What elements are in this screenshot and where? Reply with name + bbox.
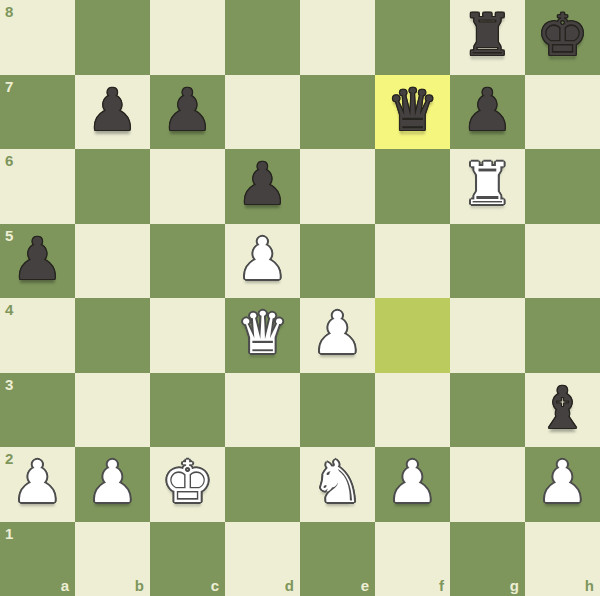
square-a5[interactable]: 5♟ [0, 224, 75, 299]
square-b4[interactable] [75, 298, 150, 373]
black-rook-g8[interactable]: ♜ [462, 6, 514, 64]
file-label-h: h [585, 578, 594, 593]
square-h5[interactable] [525, 224, 600, 299]
square-e5[interactable] [300, 224, 375, 299]
square-c6[interactable] [150, 149, 225, 224]
chess-board-wrapper: 8♜♚7♟♟♛♟6♟♜5♟♟4♛♟3♝2♟♟♚♞♟♟1abcdefgh [0, 0, 600, 596]
white-pawn-a2[interactable]: ♟ [12, 453, 64, 511]
square-b7[interactable]: ♟ [75, 75, 150, 150]
square-h3[interactable]: ♝ [525, 373, 600, 448]
square-d1[interactable]: d [225, 522, 300, 596]
black-king-h8[interactable]: ♚ [537, 6, 589, 64]
file-label-a: a [61, 578, 69, 593]
file-label-b: b [135, 578, 144, 593]
square-c7[interactable]: ♟ [150, 75, 225, 150]
square-d8[interactable] [225, 0, 300, 75]
black-bishop-h3[interactable]: ♝ [537, 379, 589, 437]
file-label-c: c [211, 578, 219, 593]
black-pawn-g7[interactable]: ♟ [462, 81, 514, 139]
black-pawn-a5[interactable]: ♟ [12, 230, 64, 288]
square-a6[interactable]: 6 [0, 149, 75, 224]
square-h7[interactable] [525, 75, 600, 150]
square-h6[interactable] [525, 149, 600, 224]
square-d4[interactable]: ♛ [225, 298, 300, 373]
square-a4[interactable]: 4 [0, 298, 75, 373]
square-h8[interactable]: ♚ [525, 0, 600, 75]
square-g6[interactable]: ♜ [450, 149, 525, 224]
chess-board: 8♜♚7♟♟♛♟6♟♜5♟♟4♛♟3♝2♟♟♚♞♟♟1abcdefgh [0, 0, 600, 596]
square-e1[interactable]: e [300, 522, 375, 596]
file-label-d: d [285, 578, 294, 593]
square-e6[interactable] [300, 149, 375, 224]
square-f1[interactable]: f [375, 522, 450, 596]
square-g3[interactable] [450, 373, 525, 448]
square-b8[interactable] [75, 0, 150, 75]
white-pawn-e4[interactable]: ♟ [312, 304, 364, 362]
white-king-c2[interactable]: ♚ [162, 453, 214, 511]
square-b2[interactable]: ♟ [75, 447, 150, 522]
square-c5[interactable] [150, 224, 225, 299]
rank-label-7: 7 [5, 79, 13, 94]
white-pawn-h2[interactable]: ♟ [537, 453, 589, 511]
black-queen-f7[interactable]: ♛ [387, 81, 439, 139]
file-label-e: e [361, 578, 369, 593]
square-c2[interactable]: ♚ [150, 447, 225, 522]
square-b1[interactable]: b [75, 522, 150, 596]
square-c8[interactable] [150, 0, 225, 75]
white-pawn-d5[interactable]: ♟ [237, 230, 289, 288]
square-f3[interactable] [375, 373, 450, 448]
square-h1[interactable]: h [525, 522, 600, 596]
square-h2[interactable]: ♟ [525, 447, 600, 522]
black-pawn-d6[interactable]: ♟ [237, 155, 289, 213]
square-g4[interactable] [450, 298, 525, 373]
black-pawn-c7[interactable]: ♟ [162, 81, 214, 139]
square-e8[interactable] [300, 0, 375, 75]
file-label-g: g [510, 578, 519, 593]
square-g7[interactable]: ♟ [450, 75, 525, 150]
square-h4[interactable] [525, 298, 600, 373]
rank-label-6: 6 [5, 153, 13, 168]
rank-label-4: 4 [5, 302, 13, 317]
square-b3[interactable] [75, 373, 150, 448]
square-e4[interactable]: ♟ [300, 298, 375, 373]
white-knight-e2[interactable]: ♞ [312, 453, 364, 511]
square-a3[interactable]: 3 [0, 373, 75, 448]
white-rook-g6[interactable]: ♜ [462, 155, 514, 213]
square-f2[interactable]: ♟ [375, 447, 450, 522]
square-g8[interactable]: ♜ [450, 0, 525, 75]
white-queen-d4[interactable]: ♛ [237, 304, 289, 362]
square-d2[interactable] [225, 447, 300, 522]
square-f8[interactable] [375, 0, 450, 75]
white-pawn-b2[interactable]: ♟ [87, 453, 139, 511]
square-a7[interactable]: 7 [0, 75, 75, 150]
square-b5[interactable] [75, 224, 150, 299]
square-d7[interactable] [225, 75, 300, 150]
square-a8[interactable]: 8 [0, 0, 75, 75]
square-c1[interactable]: c [150, 522, 225, 596]
square-a2[interactable]: 2♟ [0, 447, 75, 522]
square-e7[interactable] [300, 75, 375, 150]
square-b6[interactable] [75, 149, 150, 224]
square-d6[interactable]: ♟ [225, 149, 300, 224]
rank-label-3: 3 [5, 377, 13, 392]
square-c4[interactable] [150, 298, 225, 373]
black-pawn-b7[interactable]: ♟ [87, 81, 139, 139]
square-f6[interactable] [375, 149, 450, 224]
square-f5[interactable] [375, 224, 450, 299]
square-f4[interactable] [375, 298, 450, 373]
square-e2[interactable]: ♞ [300, 447, 375, 522]
square-c3[interactable] [150, 373, 225, 448]
white-pawn-f2[interactable]: ♟ [387, 453, 439, 511]
square-f7[interactable]: ♛ [375, 75, 450, 150]
rank-label-1: 1 [5, 526, 13, 541]
square-d5[interactable]: ♟ [225, 224, 300, 299]
file-label-f: f [439, 578, 444, 593]
square-d3[interactable] [225, 373, 300, 448]
square-g1[interactable]: g [450, 522, 525, 596]
square-g5[interactable] [450, 224, 525, 299]
square-a1[interactable]: 1a [0, 522, 75, 596]
square-g2[interactable] [450, 447, 525, 522]
rank-label-8: 8 [5, 4, 13, 19]
square-e3[interactable] [300, 373, 375, 448]
